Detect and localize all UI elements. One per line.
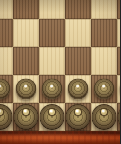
square[interactable] xyxy=(13,19,39,47)
square[interactable] xyxy=(91,0,117,19)
square[interactable] xyxy=(65,103,91,131)
square[interactable] xyxy=(0,103,13,131)
square[interactable] xyxy=(39,47,65,75)
square[interactable] xyxy=(39,0,65,19)
brass-pawn-piece[interactable] xyxy=(94,79,115,100)
square[interactable] xyxy=(91,103,117,131)
brass-backrank-piece[interactable] xyxy=(118,104,121,130)
square[interactable] xyxy=(39,19,65,47)
brass-pawn-piece[interactable] xyxy=(120,79,121,100)
square[interactable] xyxy=(65,19,91,47)
brass-backrank-piece[interactable] xyxy=(92,104,117,130)
square[interactable] xyxy=(13,75,39,103)
brass-pawn-piece[interactable] xyxy=(42,79,63,100)
chess-board xyxy=(0,0,120,131)
square[interactable] xyxy=(0,19,13,47)
square[interactable] xyxy=(0,0,13,19)
brass-backrank-piece[interactable] xyxy=(66,104,91,130)
brass-pawn-piece[interactable] xyxy=(68,79,89,100)
brass-backrank-piece[interactable] xyxy=(0,104,13,130)
square[interactable] xyxy=(65,0,91,19)
square[interactable] xyxy=(0,75,13,103)
square[interactable] xyxy=(65,75,91,103)
square[interactable] xyxy=(13,0,39,19)
square[interactable] xyxy=(117,19,120,47)
brass-pawn-piece[interactable] xyxy=(16,79,37,100)
square[interactable] xyxy=(39,103,65,131)
square[interactable] xyxy=(91,47,117,75)
square[interactable] xyxy=(13,103,39,131)
square[interactable] xyxy=(13,47,39,75)
square[interactable] xyxy=(117,47,120,75)
square[interactable] xyxy=(117,103,120,131)
square[interactable] xyxy=(0,47,13,75)
square[interactable] xyxy=(117,75,120,103)
brass-backrank-piece[interactable] xyxy=(14,104,39,130)
brass-backrank-piece[interactable] xyxy=(40,104,65,130)
board-frame xyxy=(0,131,120,144)
brass-pawn-piece[interactable] xyxy=(0,79,11,100)
square[interactable] xyxy=(91,75,117,103)
chessboard-photo xyxy=(0,0,120,144)
square[interactable] xyxy=(39,75,65,103)
square[interactable] xyxy=(91,19,117,47)
square[interactable] xyxy=(117,0,120,19)
square[interactable] xyxy=(65,47,91,75)
